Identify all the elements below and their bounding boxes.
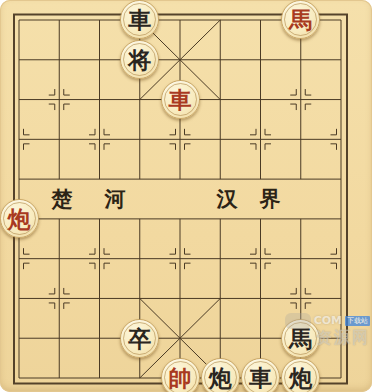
piece-red-cannon[interactable]: 炮 — [0, 199, 39, 238]
xiangqi-app: 楚 河 汉 界 車馬将車炮卒馬帥炮車炮 COM 下载站 资源网 — [0, 0, 372, 392]
piece-black-cannon[interactable]: 炮 — [201, 358, 240, 392]
piece-black-chariot[interactable]: 車 — [241, 358, 280, 392]
piece-black-cannon[interactable]: 炮 — [281, 358, 320, 392]
xiangqi-board: 楚 河 汉 界 車馬将車炮卒馬帥炮車炮 COM 下载站 资源网 — [0, 0, 372, 392]
piece-black-chariot[interactable]: 車 — [120, 0, 159, 39]
pieces-layer: 車馬将車炮卒馬帥炮車炮 — [0, 0, 361, 392]
piece-black-horse[interactable]: 馬 — [281, 319, 320, 358]
piece-black-soldier[interactable]: 卒 — [120, 319, 159, 358]
piece-red-general[interactable]: 帥 — [161, 358, 200, 392]
piece-black-general[interactable]: 将 — [120, 40, 159, 79]
piece-red-chariot[interactable]: 車 — [161, 80, 200, 119]
piece-red-horse[interactable]: 馬 — [281, 0, 320, 39]
